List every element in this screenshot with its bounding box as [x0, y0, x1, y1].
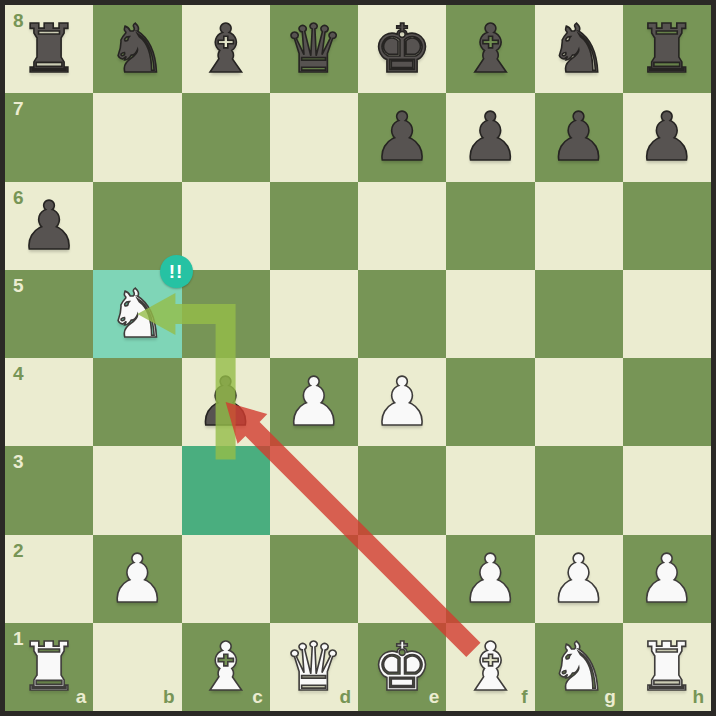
square-f3[interactable]: [446, 446, 534, 534]
rank-label-4: 4: [13, 363, 24, 385]
black-pawn-f7[interactable]: ♟: [460, 93, 520, 181]
black-rook-h8[interactable]: ♜: [637, 5, 697, 93]
white-queen-d1[interactable]: ♛: [284, 623, 344, 711]
black-pawn-a6[interactable]: ♟: [19, 182, 79, 270]
square-d5[interactable]: [270, 270, 358, 358]
black-queen-d8[interactable]: ♛: [284, 5, 344, 93]
rank-label-5: 5: [13, 275, 24, 297]
black-knight-b8[interactable]: ♞: [107, 5, 167, 93]
square-b3[interactable]: [93, 446, 181, 534]
square-b7[interactable]: [93, 93, 181, 181]
square-d7[interactable]: [270, 93, 358, 181]
rank-label-7: 7: [13, 98, 24, 120]
file-label-b: b: [163, 686, 175, 708]
square-f1[interactable]: f♝: [446, 623, 534, 711]
square-f8[interactable]: ♝: [446, 5, 534, 93]
square-g7[interactable]: ♟: [535, 93, 623, 181]
square-c3[interactable]: [182, 446, 270, 534]
square-g2[interactable]: ♟: [535, 535, 623, 623]
square-g4[interactable]: [535, 358, 623, 446]
square-a5[interactable]: 5: [5, 270, 93, 358]
square-e5[interactable]: [358, 270, 446, 358]
square-a4[interactable]: 4: [5, 358, 93, 446]
square-d3[interactable]: [270, 446, 358, 534]
white-rook-a1[interactable]: ♜: [19, 623, 79, 711]
black-king-e8[interactable]: ♚: [372, 5, 432, 93]
black-pawn-e7[interactable]: ♟: [372, 93, 432, 181]
square-g1[interactable]: g♞: [535, 623, 623, 711]
square-c6[interactable]: [182, 182, 270, 270]
square-f7[interactable]: ♟: [446, 93, 534, 181]
square-e2[interactable]: [358, 535, 446, 623]
white-bishop-f1[interactable]: ♝: [460, 623, 520, 711]
rank-label-2: 2: [13, 540, 24, 562]
white-knight-g1[interactable]: ♞: [549, 623, 609, 711]
square-h3[interactable]: [623, 446, 711, 534]
square-h7[interactable]: ♟: [623, 93, 711, 181]
square-c2[interactable]: [182, 535, 270, 623]
square-d6[interactable]: [270, 182, 358, 270]
chess-board: 8♜♞♝♛♚♝♞♜7♟♟♟♟6♟5♞4♟♟♟32♟♟♟♟1a♜bc♝d♛e♚f♝…: [5, 5, 711, 711]
black-rook-a8[interactable]: ♜: [19, 5, 79, 93]
white-pawn-h2[interactable]: ♟: [637, 535, 697, 623]
square-e7[interactable]: ♟: [358, 93, 446, 181]
white-king-e1[interactable]: ♚: [372, 623, 432, 711]
square-e1[interactable]: e♚: [358, 623, 446, 711]
square-b6[interactable]: [93, 182, 181, 270]
square-f2[interactable]: ♟: [446, 535, 534, 623]
white-rook-h1[interactable]: ♜: [637, 623, 697, 711]
white-pawn-b2[interactable]: ♟: [107, 535, 167, 623]
square-c4[interactable]: ♟: [182, 358, 270, 446]
square-f6[interactable]: [446, 182, 534, 270]
white-pawn-e4[interactable]: ♟: [372, 358, 432, 446]
square-a8[interactable]: 8♜: [5, 5, 93, 93]
square-a2[interactable]: 2: [5, 535, 93, 623]
file-label-f: f: [521, 686, 527, 708]
square-e4[interactable]: ♟: [358, 358, 446, 446]
square-b2[interactable]: ♟: [93, 535, 181, 623]
square-h8[interactable]: ♜: [623, 5, 711, 93]
square-e8[interactable]: ♚: [358, 5, 446, 93]
white-pawn-f2[interactable]: ♟: [460, 535, 520, 623]
square-f4[interactable]: [446, 358, 534, 446]
square-h4[interactable]: [623, 358, 711, 446]
square-c1[interactable]: c♝: [182, 623, 270, 711]
chess-board-frame: 8♜♞♝♛♚♝♞♜7♟♟♟♟6♟5♞4♟♟♟32♟♟♟♟1a♜bc♝d♛e♚f♝…: [0, 0, 716, 716]
white-bishop-c1[interactable]: ♝: [196, 623, 256, 711]
square-a6[interactable]: 6♟: [5, 182, 93, 270]
square-f5[interactable]: [446, 270, 534, 358]
black-pawn-g7[interactable]: ♟: [549, 93, 609, 181]
square-d1[interactable]: d♛: [270, 623, 358, 711]
black-bishop-f8[interactable]: ♝: [460, 5, 520, 93]
square-e6[interactable]: [358, 182, 446, 270]
square-g6[interactable]: [535, 182, 623, 270]
white-knight-b5[interactable]: ♞: [107, 270, 167, 358]
square-g8[interactable]: ♞: [535, 5, 623, 93]
square-c8[interactable]: ♝: [182, 5, 270, 93]
square-c5[interactable]: [182, 270, 270, 358]
square-e3[interactable]: [358, 446, 446, 534]
white-pawn-d4[interactable]: ♟: [284, 358, 344, 446]
square-g5[interactable]: [535, 270, 623, 358]
black-pawn-h7[interactable]: ♟: [637, 93, 697, 181]
square-h1[interactable]: h♜: [623, 623, 711, 711]
square-b1[interactable]: b: [93, 623, 181, 711]
black-pawn-c4[interactable]: ♟: [196, 358, 256, 446]
square-h2[interactable]: ♟: [623, 535, 711, 623]
square-d8[interactable]: ♛: [270, 5, 358, 93]
square-d4[interactable]: ♟: [270, 358, 358, 446]
square-c7[interactable]: [182, 93, 270, 181]
square-b8[interactable]: ♞: [93, 5, 181, 93]
square-h5[interactable]: [623, 270, 711, 358]
square-b4[interactable]: [93, 358, 181, 446]
square-b5[interactable]: ♞: [93, 270, 181, 358]
square-d2[interactable]: [270, 535, 358, 623]
square-a3[interactable]: 3: [5, 446, 93, 534]
highlight-c3: [182, 446, 270, 534]
square-h6[interactable]: [623, 182, 711, 270]
square-a7[interactable]: 7: [5, 93, 93, 181]
square-g3[interactable]: [535, 446, 623, 534]
white-pawn-g2[interactable]: ♟: [549, 535, 609, 623]
black-bishop-c8[interactable]: ♝: [196, 5, 256, 93]
square-a1[interactable]: 1a♜: [5, 623, 93, 711]
black-knight-g8[interactable]: ♞: [549, 5, 609, 93]
rank-label-3: 3: [13, 451, 24, 473]
